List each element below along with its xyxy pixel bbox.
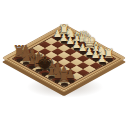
- piece-black-pawn: ♟: [97, 53, 106, 63]
- square-h1: ♜: [58, 80, 71, 87]
- chess-set-photo: ♜♞♝♛♚♝♞♜♟♟♟♟♟♟♟♟♟♟♟♟♟♟♟♟♜♞♝♛♚♝♞♜: [0, 0, 130, 130]
- piece-white-rook: ♜: [57, 68, 71, 84]
